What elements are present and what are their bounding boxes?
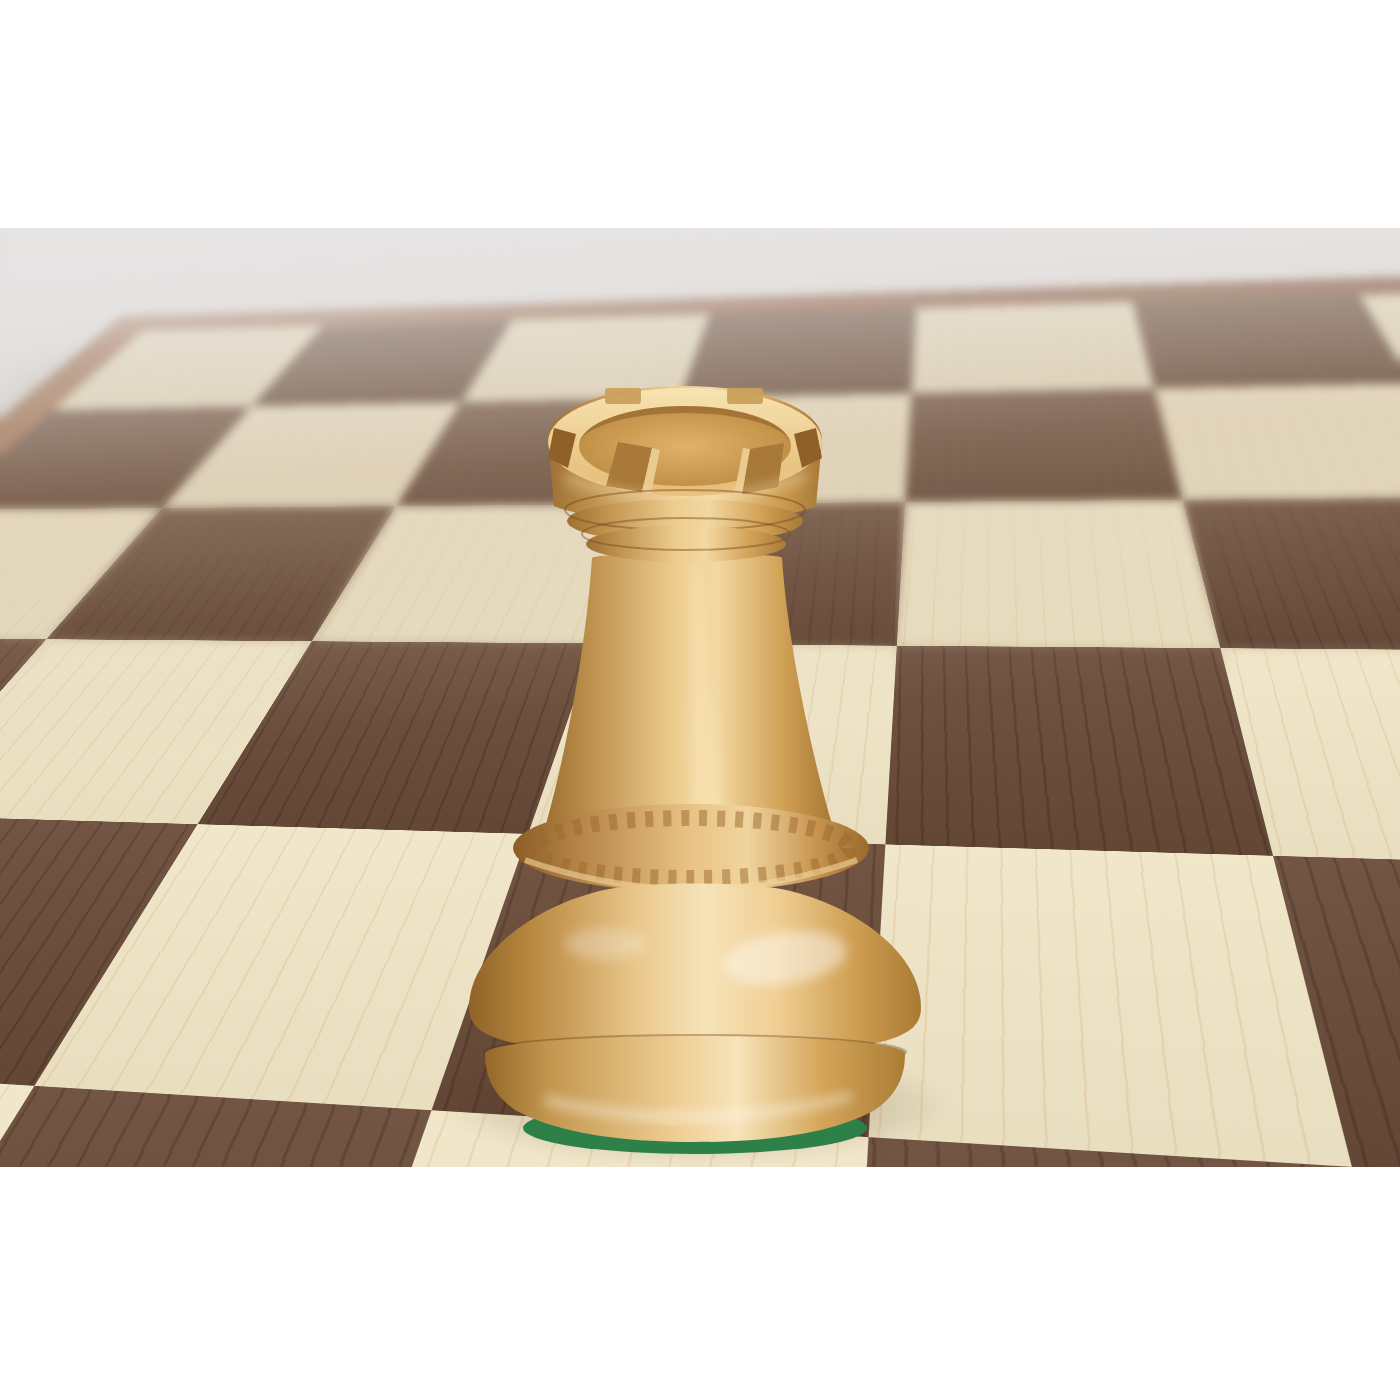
rook-rope-ring [513, 804, 869, 892]
square-e8 [911, 302, 1154, 393]
square-e6 [897, 500, 1221, 648]
white-rook [455, 358, 940, 1158]
crown-notch-back-right [727, 388, 763, 404]
rook-shaft [546, 554, 832, 825]
square-e7 [905, 388, 1183, 502]
square-e5 [885, 646, 1273, 856]
crown-notch-back-left [605, 388, 641, 404]
rook-base [469, 884, 921, 1155]
square-f8 [1133, 295, 1400, 388]
square-f7 [1155, 383, 1400, 499]
square-f6 [1183, 497, 1400, 650]
product-photo: ♜ [0, 228, 1400, 1167]
